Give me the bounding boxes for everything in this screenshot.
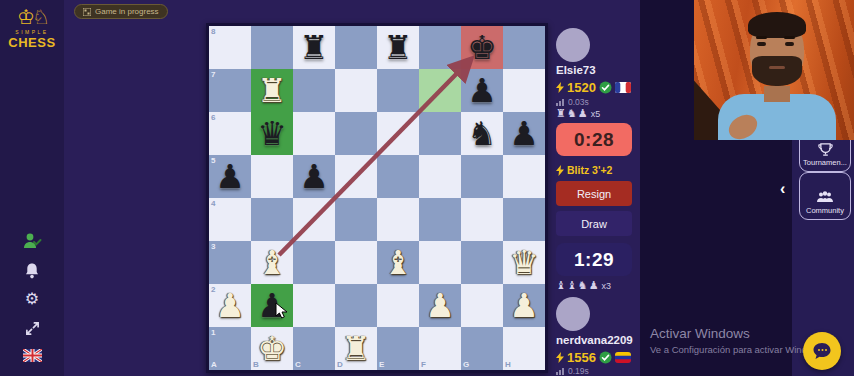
square-d4[interactable] <box>335 198 377 241</box>
france-flag-icon <box>615 82 631 93</box>
windows-activation-title: Activar Windows <box>650 326 750 341</box>
piece-wR-b7: ♜ <box>251 69 293 112</box>
piece-wK-b1: ♚ <box>251 327 293 370</box>
square-f2[interactable]: ♟ <box>419 284 461 327</box>
square-a6[interactable]: 6 <box>209 112 251 155</box>
file-label: G <box>463 360 469 369</box>
windows-activation-subtitle: Ve a Configuración para activar Window <box>650 344 819 355</box>
square-e4[interactable] <box>377 198 419 241</box>
notifications-button[interactable] <box>16 259 48 281</box>
profile-status-icon[interactable] <box>16 230 48 252</box>
square-b2[interactable]: ♟ <box>251 284 293 327</box>
square-h6[interactable]: ♟ <box>503 112 545 155</box>
player-avatar[interactable] <box>556 297 590 331</box>
lightning-icon <box>556 82 564 93</box>
piece-wQ-h3: ♛ <box>503 241 545 284</box>
verified-badge-icon <box>599 351 612 364</box>
square-e3[interactable]: ♝ <box>377 241 419 284</box>
square-e8[interactable]: ♜ <box>377 26 419 69</box>
square-a1[interactable]: 1A <box>209 327 251 370</box>
square-d2[interactable] <box>335 284 377 327</box>
square-b8[interactable] <box>251 26 293 69</box>
person-beard <box>752 56 802 86</box>
square-b1[interactable]: B♚ <box>251 327 293 370</box>
square-d6[interactable] <box>335 112 377 155</box>
rank-label: 5 <box>211 156 215 165</box>
captured-piece-icon: ♞ <box>567 108 577 119</box>
rank-label: 4 <box>211 199 215 208</box>
piece-wP-h2: ♟ <box>503 284 545 327</box>
fullscreen-button[interactable] <box>16 317 48 339</box>
square-h5[interactable] <box>503 155 545 198</box>
captured-piece-icon: ♝ <box>567 280 577 291</box>
opponent-captured-tray: ♜♞♟x5 <box>556 108 600 119</box>
time-control-text: Blitz 3'+2 <box>567 164 612 176</box>
settings-button[interactable]: ⚙ <box>16 288 48 310</box>
rank-label: 1 <box>211 328 215 337</box>
square-b4[interactable] <box>251 198 293 241</box>
language-button[interactable] <box>16 344 48 366</box>
verified-badge-icon <box>599 81 612 94</box>
people-group-icon <box>816 191 834 204</box>
square-b3[interactable]: ♝ <box>251 241 293 284</box>
file-label: B <box>253 360 259 369</box>
square-a3[interactable]: 3 <box>209 241 251 284</box>
square-h3[interactable]: ♛ <box>503 241 545 284</box>
square-h7[interactable] <box>503 69 545 112</box>
logo-text-big: CHESS <box>0 35 64 50</box>
square-e2[interactable] <box>377 284 419 327</box>
player-rating: 1556 <box>567 350 596 365</box>
board-grid: 8♜♜♚7♜♟6♛♞♟5♟♟43♝♝♛2♟♟♟♟1AB♚CD♜EFGH <box>209 26 545 370</box>
opponent-latency-row: 0.03s <box>556 97 589 107</box>
square-a2[interactable]: 2♟ <box>209 284 251 327</box>
rank-label: 7 <box>211 70 215 79</box>
chat-bubble-icon <box>812 342 832 360</box>
square-d1[interactable]: D♜ <box>335 327 377 370</box>
square-a7[interactable]: 7 <box>209 69 251 112</box>
piece-bP-c5: ♟ <box>293 155 335 198</box>
expand-arrows-icon <box>25 321 40 336</box>
captured-count: x5 <box>591 110 601 119</box>
piece-bQ-b6: ♛ <box>251 112 293 155</box>
rank-label: 2 <box>211 285 215 294</box>
square-g8[interactable]: ♚ <box>461 26 503 69</box>
piece-bP-a5: ♟ <box>209 155 251 198</box>
opponent-clock: 0:28 <box>556 123 632 156</box>
square-f3[interactable] <box>419 241 461 284</box>
community-label: Community <box>806 206 844 215</box>
gear-icon: ⚙ <box>25 291 39 307</box>
signal-bars-icon <box>556 98 565 106</box>
file-label: C <box>295 360 301 369</box>
square-h4[interactable] <box>503 198 545 241</box>
game-status-badge: Game in progress <box>74 4 168 19</box>
square-h1[interactable]: H <box>503 327 545 370</box>
tournaments-label: Tournamen... <box>803 158 847 167</box>
square-f4[interactable] <box>419 198 461 241</box>
app-logo[interactable]: ♔♘ SIMPLE CHESS <box>0 6 64 50</box>
person-eyebrow <box>784 36 795 39</box>
square-d8[interactable] <box>335 26 377 69</box>
piece-wP-f2: ♟ <box>419 284 461 327</box>
file-label: F <box>421 360 426 369</box>
board-mini-icon <box>83 8 91 16</box>
player-captured-tray: ♝♝♞♟x3 <box>556 280 611 291</box>
logo-chess-pieces-icon: ♔♘ <box>0 6 64 28</box>
time-control: Blitz 3'+2 <box>556 164 612 176</box>
chess-board: 8♜♜♚7♜♟6♛♞♟5♟♟43♝♝♛2♟♟♟♟1AB♚CD♜EFGH <box>206 23 548 373</box>
square-f6[interactable] <box>419 112 461 155</box>
square-g7[interactable]: ♟ <box>461 69 503 112</box>
piece-bK-g8: ♚ <box>461 26 503 69</box>
file-label: A <box>211 360 217 369</box>
piece-bP-h6: ♟ <box>503 112 545 155</box>
player-latency-row: 0.19s <box>556 366 589 376</box>
piece-wB-e3: ♝ <box>377 241 419 284</box>
piece-bP-g7: ♟ <box>461 69 503 112</box>
square-f1[interactable]: F <box>419 327 461 370</box>
square-b6[interactable]: ♛ <box>251 112 293 155</box>
square-e7[interactable] <box>377 69 419 112</box>
uk-flag-icon <box>23 349 42 362</box>
square-c6[interactable] <box>293 112 335 155</box>
chat-button[interactable] <box>803 332 841 370</box>
square-c7[interactable] <box>293 69 335 112</box>
piece-wB-b3: ♝ <box>251 241 293 284</box>
person-eye <box>757 42 766 46</box>
captured-piece-icon: ♞ <box>578 280 588 291</box>
player-name: nerdvana2209 <box>556 334 633 346</box>
opponent-name: Elsie73 <box>556 64 596 76</box>
rank-label: 8 <box>211 27 215 36</box>
trophy-icon <box>818 143 833 156</box>
file-label: E <box>379 360 384 369</box>
game-status-text: Game in progress <box>95 7 159 16</box>
person-mouth <box>769 66 785 69</box>
square-a8[interactable]: 8 <box>209 26 251 69</box>
square-f7[interactable] <box>419 69 461 112</box>
bell-icon <box>24 262 40 279</box>
captured-piece-icon: ♜ <box>556 108 566 119</box>
draw-button[interactable]: Draw <box>556 211 632 236</box>
person-eyebrow <box>756 36 767 39</box>
rank-label: 3 <box>211 242 215 251</box>
square-e1[interactable]: E <box>377 327 419 370</box>
player-clock: 1:29 <box>556 243 632 276</box>
square-d5[interactable] <box>335 155 377 198</box>
app-window: ♔♘ SIMPLE CHESS ⚙ <box>0 0 854 376</box>
square-h2[interactable]: ♟ <box>503 284 545 327</box>
captured-piece-icon: ♟ <box>589 280 599 291</box>
square-g3[interactable] <box>461 241 503 284</box>
square-d3[interactable] <box>335 241 377 284</box>
square-a4[interactable]: 4 <box>209 198 251 241</box>
signal-bars-icon <box>556 367 565 375</box>
left-sidebar: ♔♘ SIMPLE CHESS ⚙ <box>0 0 64 376</box>
square-c1[interactable]: C <box>293 327 335 370</box>
piece-bR-c8: ♜ <box>293 26 335 69</box>
captured-count: x3 <box>602 282 612 291</box>
square-c5[interactable]: ♟ <box>293 155 335 198</box>
square-a5[interactable]: 5♟ <box>209 155 251 198</box>
file-label: H <box>505 360 511 369</box>
community-button[interactable]: Community <box>799 172 851 220</box>
file-label: D <box>337 360 343 369</box>
square-d7[interactable] <box>335 69 377 112</box>
square-g4[interactable] <box>461 198 503 241</box>
opponent-avatar[interactable] <box>556 28 590 62</box>
opponent-rating-row: 1520 <box>556 80 631 95</box>
square-g5[interactable] <box>461 155 503 198</box>
square-e5[interactable] <box>377 155 419 198</box>
square-c2[interactable] <box>293 284 335 327</box>
piece-wR-d1: ♜ <box>335 327 377 370</box>
opponent-rating: 1520 <box>567 80 596 95</box>
lightning-icon <box>556 165 564 176</box>
square-b5[interactable] <box>251 155 293 198</box>
piece-bR-e8: ♜ <box>377 26 419 69</box>
piece-wP-a2: ♟ <box>209 284 251 327</box>
person-hair <box>748 12 806 38</box>
square-g1[interactable]: G <box>461 327 503 370</box>
person-neck <box>764 86 790 102</box>
venezuela-flag-icon <box>615 352 631 363</box>
captured-piece-icon: ♟ <box>578 108 588 119</box>
rank-label: 6 <box>211 113 215 122</box>
square-g2[interactable] <box>461 284 503 327</box>
lightning-icon <box>556 352 564 363</box>
square-c3[interactable] <box>293 241 335 284</box>
square-h8[interactable] <box>503 26 545 69</box>
square-c8[interactable]: ♜ <box>293 26 335 69</box>
webcam-video <box>694 0 854 140</box>
square-f5[interactable] <box>419 155 461 198</box>
player-latency: 0.19s <box>568 366 589 376</box>
square-c4[interactable] <box>293 198 335 241</box>
piece-bN-g6: ♞ <box>461 112 503 155</box>
square-g6[interactable]: ♞ <box>461 112 503 155</box>
opponent-latency: 0.03s <box>568 97 589 107</box>
square-b7[interactable]: ♜ <box>251 69 293 112</box>
square-e6[interactable] <box>377 112 419 155</box>
player-rating-row: 1556 <box>556 350 631 365</box>
resign-button[interactable]: Resign <box>556 181 632 206</box>
person-eye <box>785 42 794 46</box>
collapse-panel-chevron[interactable]: ‹ <box>780 181 785 197</box>
captured-piece-icon: ♝ <box>556 280 566 291</box>
piece-bP-b2: ♟ <box>251 284 293 327</box>
square-f8[interactable] <box>419 26 461 69</box>
person-check-icon <box>22 232 42 250</box>
